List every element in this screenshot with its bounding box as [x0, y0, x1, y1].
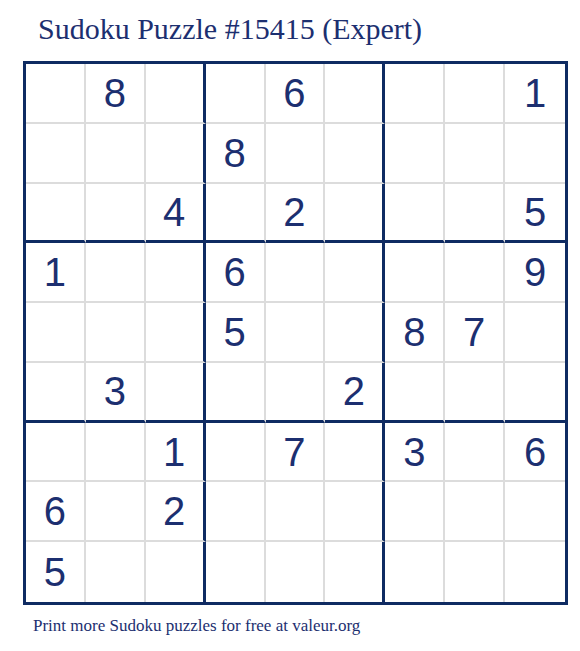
cell-r3c6 [325, 184, 385, 244]
cell-r9c3 [146, 542, 206, 602]
cell-r9c4 [206, 542, 266, 602]
cell-r7c7: 3 [385, 423, 445, 483]
cell-r8c5 [266, 482, 326, 542]
cell-r7c4 [206, 423, 266, 483]
cell-r8c7 [385, 482, 445, 542]
cell-r6c9 [505, 363, 565, 423]
cell-r1c6 [325, 64, 385, 124]
cell-r7c9: 6 [505, 423, 565, 483]
cell-r2c7 [385, 124, 445, 184]
cell-r1c9: 1 [505, 64, 565, 124]
cell-r4c9: 9 [505, 243, 565, 303]
cell-r3c7 [385, 184, 445, 244]
cell-r2c5 [266, 124, 326, 184]
cell-r8c2 [86, 482, 146, 542]
cell-r1c8 [445, 64, 505, 124]
cell-r8c6 [325, 482, 385, 542]
cell-r2c9 [505, 124, 565, 184]
cell-r4c3 [146, 243, 206, 303]
cell-r3c1 [26, 184, 86, 244]
cell-r3c5: 2 [266, 184, 326, 244]
cell-r8c4 [206, 482, 266, 542]
cell-r4c4: 6 [206, 243, 266, 303]
cell-r4c8 [445, 243, 505, 303]
cell-r6c7 [385, 363, 445, 423]
page-title: Sudoku Puzzle #15415 (Expert) [38, 12, 422, 46]
cell-r5c8: 7 [445, 303, 505, 363]
cell-r4c1: 1 [26, 243, 86, 303]
cell-r5c1 [26, 303, 86, 363]
cell-r2c4: 8 [206, 124, 266, 184]
cell-r3c2 [86, 184, 146, 244]
cell-r4c6 [325, 243, 385, 303]
cell-r7c6 [325, 423, 385, 483]
cell-r6c6: 2 [325, 363, 385, 423]
cell-r3c8 [445, 184, 505, 244]
cell-r7c8 [445, 423, 505, 483]
cell-r7c5: 7 [266, 423, 326, 483]
cell-r5c9 [505, 303, 565, 363]
cell-r3c4 [206, 184, 266, 244]
cell-r1c2: 8 [86, 64, 146, 124]
cell-r1c5: 6 [266, 64, 326, 124]
cell-r9c5 [266, 542, 326, 602]
footer-text: Print more Sudoku puzzles for free at va… [33, 616, 360, 636]
cell-r5c6 [325, 303, 385, 363]
cell-r6c2: 3 [86, 363, 146, 423]
cell-r9c6 [325, 542, 385, 602]
sudoku-board: 8618425169587321736625 [23, 61, 568, 605]
cell-r3c3: 4 [146, 184, 206, 244]
cell-r4c7 [385, 243, 445, 303]
cell-r6c8 [445, 363, 505, 423]
cell-r1c7 [385, 64, 445, 124]
cell-r8c9 [505, 482, 565, 542]
cell-r2c3 [146, 124, 206, 184]
cell-r8c1: 6 [26, 482, 86, 542]
cell-r7c1 [26, 423, 86, 483]
cell-r2c1 [26, 124, 86, 184]
cell-r4c2 [86, 243, 146, 303]
cell-r6c3 [146, 363, 206, 423]
cell-r3c9: 5 [505, 184, 565, 244]
cell-r1c3 [146, 64, 206, 124]
cell-r5c3 [146, 303, 206, 363]
cell-r9c7 [385, 542, 445, 602]
cell-r2c8 [445, 124, 505, 184]
cell-r5c7: 8 [385, 303, 445, 363]
cell-r1c1 [26, 64, 86, 124]
cell-r5c5 [266, 303, 326, 363]
cell-r5c2 [86, 303, 146, 363]
cell-r9c8 [445, 542, 505, 602]
cell-r5c4: 5 [206, 303, 266, 363]
cell-r4c5 [266, 243, 326, 303]
cell-r1c4 [206, 64, 266, 124]
cell-r7c2 [86, 423, 146, 483]
cell-r2c2 [86, 124, 146, 184]
cell-r6c4 [206, 363, 266, 423]
cell-r9c9 [505, 542, 565, 602]
cell-r9c2 [86, 542, 146, 602]
cell-r7c3: 1 [146, 423, 206, 483]
cell-r6c1 [26, 363, 86, 423]
cell-r9c1: 5 [26, 542, 86, 602]
cell-r8c8 [445, 482, 505, 542]
cell-r8c3: 2 [146, 482, 206, 542]
cell-r2c6 [325, 124, 385, 184]
cell-r6c5 [266, 363, 326, 423]
